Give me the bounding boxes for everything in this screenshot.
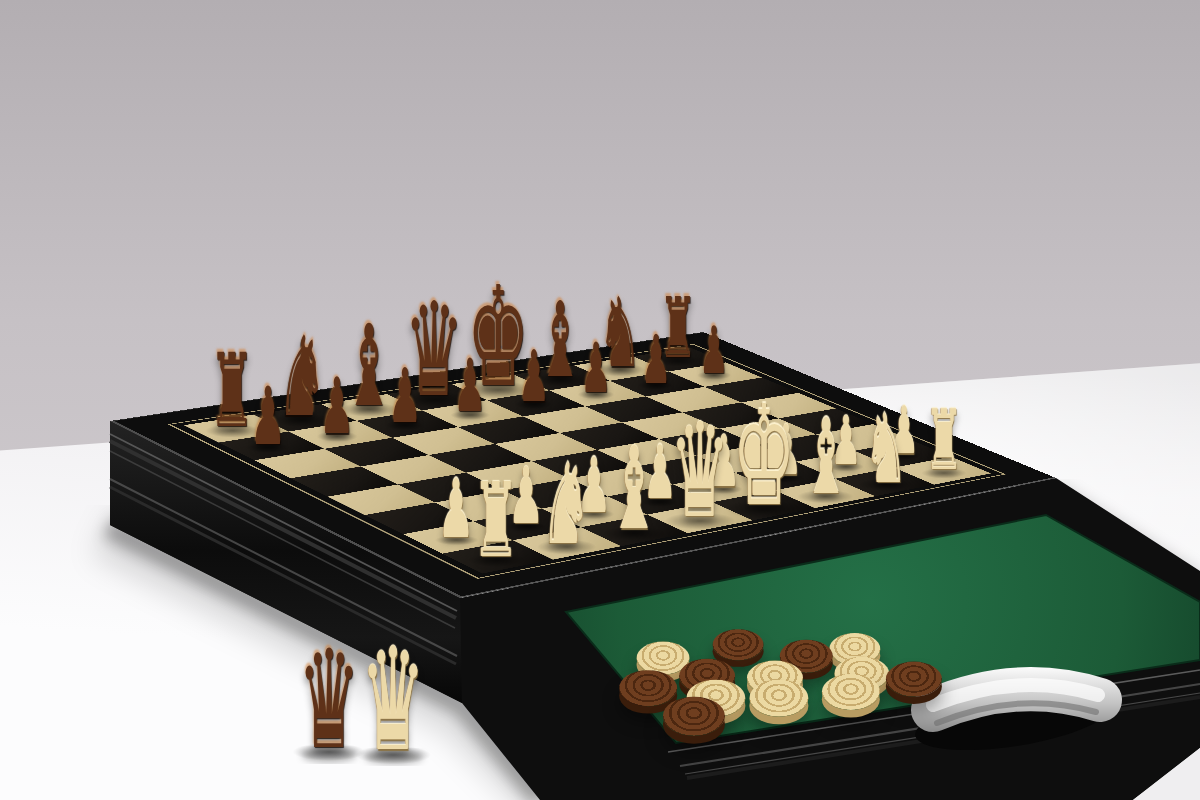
piece-dark-pawn-g7[interactable]: ♟ [635, 343, 678, 390]
piece-light-knight-b1[interactable]: ♞ [531, 477, 601, 556]
light-king-icon: ♚ [732, 387, 795, 525]
piece-dark-pawn-c7[interactable]: ♟ [381, 378, 429, 431]
light-rook-icon: ♜ [925, 400, 963, 483]
checker-light-8[interactable] [749, 680, 808, 717]
light-rook-icon: ♜ [473, 470, 520, 573]
light-knight-icon: ♞ [864, 400, 908, 496]
dark-pawn-icon: ♟ [518, 342, 550, 413]
product-photo-scene: ♜♞♝♛♚♝♞♜♟♟♟♟♟♟♟♟♟♟♟♟♟♟♟♟♜♞♝♛♚♝♞♜♛♛ [0, 0, 1200, 800]
piece-light-queen-d1[interactable]: ♛ [659, 440, 741, 532]
dark-pawn-icon: ♟ [641, 326, 672, 393]
piece-dark-pawn-b7[interactable]: ♟ [313, 388, 362, 443]
piece-dark-pawn-a7[interactable]: ♟ [243, 397, 294, 453]
piece-light-rook-h1[interactable]: ♜ [918, 421, 971, 480]
piece-dark-pawn-f7[interactable]: ♟ [574, 351, 618, 400]
light-knight-icon: ♞ [541, 449, 592, 561]
piece-light-knight-g1[interactable]: ♞ [855, 425, 916, 492]
checker-dark-13[interactable] [886, 662, 942, 697]
light-bishop-icon: ♝ [802, 405, 849, 509]
checker-dark-6[interactable] [619, 670, 677, 706]
piece-light-bishop-c1[interactable]: ♝ [598, 462, 670, 542]
piece-light-rook-a1[interactable]: ♜ [464, 496, 529, 569]
piece-dark-pawn-h7[interactable]: ♟ [694, 335, 735, 381]
dark-pawn-icon: ♟ [699, 318, 729, 384]
dark-pawn-icon: ♟ [580, 334, 611, 403]
piece-dark-pawn-d7[interactable]: ♟ [447, 369, 493, 421]
dark-pawn-icon: ♟ [320, 368, 355, 446]
dark-pawn-icon: ♟ [454, 350, 487, 423]
light-queen-icon: ♛ [670, 406, 729, 537]
spare-light-queen[interactable]: ♛ [348, 666, 438, 766]
light-bishop-icon: ♝ [608, 433, 660, 547]
piece-dark-pawn-e7[interactable]: ♟ [511, 360, 556, 410]
checker-dark-9[interactable] [663, 697, 725, 736]
checker-dark-2[interactable] [713, 629, 764, 660]
light-queen-icon: ♛ [361, 630, 426, 772]
dark-pawn-icon: ♟ [388, 359, 422, 434]
dark-pawn-icon: ♟ [250, 377, 286, 457]
